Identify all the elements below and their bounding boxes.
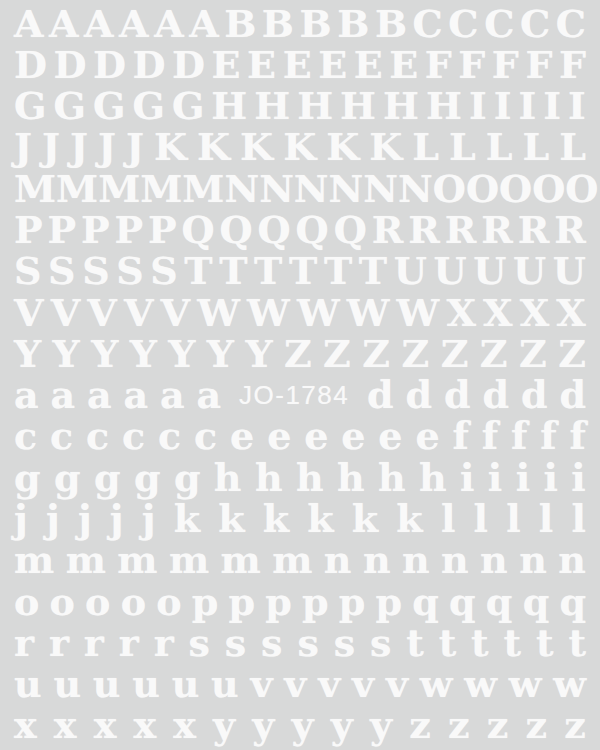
letter-sticker: G [132,87,164,125]
letter-sticker: V [87,294,116,332]
letter-sticker: N [363,170,398,208]
letter-sticker: E [212,46,241,84]
letter-sticker: J [70,128,88,166]
letter-sticker: f [569,417,585,455]
letter-sticker: d [482,376,509,414]
letter-sticker: h [337,459,365,497]
letter-row: SSSSSTTTTTTUUUUU [0,251,600,292]
letter-sticker: h [296,459,324,497]
letter-sticker: z [409,706,431,744]
letter-sticker: M [140,170,182,208]
letter-sticker: u [132,665,160,703]
letter-sticker: o [121,583,146,621]
letter-sticker: d [406,376,433,414]
letter-row: aaaaaaJO-1784dddddd [0,375,600,416]
letter-sticker: u [172,665,200,703]
letter-sticker: Q [182,211,215,249]
letter-sticker: k [174,500,200,538]
letter-sticker: z [526,706,548,744]
letter-sticker: G [53,87,85,125]
letter-sticker: U [473,252,506,290]
letter-sticker: V [51,294,80,332]
letter-sticker: F [425,46,452,84]
letter-sticker: Y [130,335,157,373]
letter-sticker: e [267,417,291,455]
letter-sticker: M [182,170,224,208]
letter-sticker: s [261,624,282,662]
letter-sticker: K [197,128,230,166]
letter-sticker: Z [284,335,312,373]
letter-sticker: T [219,252,247,290]
letter-sticker: F [525,46,552,84]
letter-sticker: o [14,583,39,621]
letter-sticker: W [197,294,240,332]
sticker-sheet: AAAAAABBBBBCCCCCDDDDDEEEEEEFFFFFGGGGGHHH… [0,0,600,750]
letter-sticker: S [150,252,177,290]
letter-sticker: w [553,665,586,703]
letter-sticker: T [324,252,352,290]
letter-sticker: Z [323,335,351,373]
letter-sticker: u [211,665,239,703]
letter-row: PPPPPQQQQQRRRRRR [0,209,600,250]
letter-sticker: y [331,706,353,744]
letter-sticker: h [419,459,447,497]
letter-sticker: v [250,665,272,703]
letter-row: YYYYYYYZZZZZZZZ [0,333,600,374]
letter-sticker: t [568,624,586,662]
letter-sticker: X [520,294,549,332]
letter-sticker: C [484,5,514,43]
letter-sticker: E [283,46,312,84]
letter-sticker: I [518,87,536,125]
letter-sticker: S [48,252,75,290]
letter-sticker: X [556,294,585,332]
letter-sticker: W [347,294,390,332]
letter-sticker: c [14,417,37,455]
letter-sticker: R [372,211,404,249]
letter-sticker: j [46,500,60,538]
letter-row: xxxxxyyyyyzzzzz [0,705,600,746]
letter-sticker: B [262,5,294,43]
letter-sticker: i [544,459,558,497]
letter-sticker: Q [334,211,367,249]
letter-sticker: q [449,583,476,621]
letter-row: JJJJJKKKKKKLLLLL [0,127,600,168]
letter-sticker: P [81,211,110,249]
letter-sticker: B [300,5,332,43]
letter-sticker: k [263,500,289,538]
letter-sticker: V [14,294,43,332]
letter-sticker: P [148,211,177,249]
letter-sticker: A [49,5,78,43]
letter-sticker: D [172,46,205,84]
letter-sticker: s [225,624,246,662]
letter-sticker: w [509,665,542,703]
letter-sticker: U [394,252,427,290]
letter-sticker: G [14,87,46,125]
letter-sticker: Q [220,211,253,249]
letter-sticker: B [224,5,256,43]
letter-sticker: f [482,417,498,455]
letter-sticker: k [396,500,422,538]
letter-sticker: W [247,294,290,332]
letter-sticker: A [84,5,113,43]
letter-sticker: O [565,170,598,208]
letter-sticker: m [117,541,157,579]
letter-sticker: Y [53,335,80,373]
letter-sticker: n [324,541,352,579]
letter-sticker: d [521,376,548,414]
letter-sticker: J [98,128,116,166]
letter-sticker: R [481,211,513,249]
letter-sticker: t [504,624,522,662]
letter-sticker: d [367,376,394,414]
letter-sticker: s [334,624,355,662]
letter-sticker: I [568,87,586,125]
letter-sticker: y [252,706,274,744]
letter-sticker: l [571,500,585,538]
letter-sticker: Y [245,335,272,373]
letter-sticker: T [359,252,387,290]
letter-sticker: m [66,541,106,579]
letter-sticker: j [142,500,156,538]
letter-row: GGGGGHHHHHHIIIII [0,86,600,127]
letter-sticker: O [532,170,565,208]
letter-sticker: H [297,87,333,125]
letter-sticker: z [487,706,509,744]
letter-sticker: Y [91,335,118,373]
letter-sticker: j [78,500,92,538]
letter-sticker: z [564,706,586,744]
letter-sticker: m [14,541,54,579]
letter-sticker: F [559,46,586,84]
letter-row: rrrrrsssssstttttt [0,622,600,663]
letter-sticker: T [289,252,317,290]
letter-sticker: H [211,87,247,125]
letter-sticker: L [522,128,549,166]
letter-sticker: l [539,500,553,538]
letter-row: jjjjjkkkkkklllll [0,498,600,539]
letter-sticker: R [408,211,440,249]
letter-sticker: n [519,541,547,579]
letter-row: VVVVVWWWWWXXXX [0,292,600,333]
letter-sticker: D [93,46,126,84]
letter-sticker: y [370,706,392,744]
letter-sticker: P [115,211,144,249]
letter-sticker: s [370,624,391,662]
letter-sticker: A [14,5,43,43]
letter-sticker: w [464,665,497,703]
letter-sticker: G [93,87,125,125]
letter-sticker: F [492,46,519,84]
letter-sticker: d [559,376,586,414]
letter-sticker: L [486,128,513,166]
letter-sticker: Z [441,335,469,373]
sheet-code-label: JO-1784 [233,382,355,408]
letter-sticker: D [133,46,166,84]
letter-sticker: p [229,583,256,621]
letter-sticker: u [93,665,121,703]
letter-sticker: T [184,252,212,290]
letter-sticker: n [480,541,508,579]
letter-sticker: u [14,665,42,703]
letter-sticker: g [134,459,161,497]
letter-sticker: W [397,294,440,332]
letter-sticker: k [218,500,244,538]
letter-sticker: s [297,624,318,662]
letter-sticker: o [50,583,75,621]
letter-sticker: e [415,417,439,455]
letter-sticker: m [221,541,261,579]
letter-sticker: t [471,624,489,662]
letter-sticker: N [224,170,259,208]
letter-sticker: a [124,376,149,414]
letter-sticker: h [255,459,283,497]
letter-sticker: V [161,294,190,332]
letter-sticker: J [42,128,60,166]
letter-sticker: p [376,583,403,621]
letter-sticker: B [337,5,369,43]
letter-sticker: M [56,170,98,208]
letter-sticker: t [536,624,554,662]
letter-sticker: a [160,376,185,414]
letter-sticker: r [49,624,69,662]
letter-sticker: a [51,376,76,414]
letter-sticker: N [259,170,294,208]
letter-sticker: P [48,211,77,249]
letter-sticker: r [84,624,104,662]
letter-sticker: e [304,417,328,455]
letter-sticker: y [292,706,314,744]
letter-sticker: Z [362,335,390,373]
letter-sticker: e [378,417,402,455]
letter-sticker: L [449,128,476,166]
letter-sticker: i [460,459,474,497]
letter-sticker: t [406,624,424,662]
letter-sticker: q [486,583,513,621]
letter-sticker: q [412,583,439,621]
letter-sticker: H [383,87,419,125]
letter-sticker: K [154,128,187,166]
letter-sticker: g [174,459,201,497]
letter-sticker: l [506,500,520,538]
letter-sticker: V [124,294,153,332]
letter-sticker: i [516,459,530,497]
letter-sticker: f [540,417,556,455]
letter-sticker: R [554,211,586,249]
letter-sticker: r [119,624,139,662]
letter-sticker: U [553,252,586,290]
letter-sticker: j [110,500,124,538]
letter-sticker: k [352,500,378,538]
letter-sticker: L [559,128,586,166]
letter-sticker: p [302,583,329,621]
letter-sticker: u [53,665,81,703]
letter-sticker: n [363,541,391,579]
letter-sticker: i [571,459,585,497]
letter-sticker: A [154,5,183,43]
letter-sticker: H [254,87,290,125]
letter-sticker: N [398,170,433,208]
letter-sticker: A [119,5,148,43]
letter-sticker: p [339,583,366,621]
letter-sticker: Z [401,335,429,373]
letter-sticker: e [341,417,365,455]
letter-sticker: x [54,706,77,744]
letter-sticker: f [452,417,468,455]
letter-sticker: c [86,417,109,455]
letter-sticker: S [82,252,109,290]
letter-sticker: Z [558,335,586,373]
letter-sticker: v [318,665,340,703]
letter-sticker: S [14,252,41,290]
letter-sticker: Y [14,335,41,373]
letter-sticker: o [85,583,110,621]
letter-sticker: v [284,665,306,703]
letter-sticker: N [294,170,329,208]
letter-sticker: R [445,211,477,249]
letter-row: oooooppppppqqqqq [0,581,600,622]
letter-sticker: O [499,170,532,208]
letter-sticker: Z [480,335,508,373]
letter-sticker: c [50,417,73,455]
letter-sticker: c [158,417,181,455]
letter-sticker: t [439,624,457,662]
letter-sticker: y [213,706,235,744]
letter-sticker: D [14,46,47,84]
letter-sticker: Y [168,335,195,373]
letter-sticker: C [413,5,443,43]
letter-sticker: J [126,128,144,166]
letter-sticker: H [340,87,376,125]
letter-sticker: s [189,624,210,662]
letter-sticker: H [426,87,462,125]
letter-sticker: K [240,128,273,166]
letter-sticker: O [433,170,466,208]
letter-sticker: c [194,417,217,455]
letter-row: AAAAAABBBBBCCCCC [0,3,600,44]
letter-sticker: v [352,665,374,703]
letter-sticker: Q [296,211,329,249]
letter-sticker: n [558,541,586,579]
letter-sticker: A [189,5,218,43]
letter-sticker: R [518,211,550,249]
letter-sticker: g [94,459,121,497]
letter-sticker: x [14,706,37,744]
letter-sticker: M [98,170,140,208]
letter-sticker: o [156,583,181,621]
letter-sticker: n [441,541,469,579]
letter-sticker: i [488,459,502,497]
letter-sticker: h [214,459,242,497]
letter-sticker: e [230,417,254,455]
letter-sticker: a [197,376,222,414]
letter-sticker: a [87,376,112,414]
letter-sticker: x [133,706,156,744]
letter-sticker: D [54,46,87,84]
letter-sticker: B [375,5,407,43]
letter-sticker: f [511,417,527,455]
letter-row: cccccceeeeeefffff [0,416,600,457]
letter-row: ggggghhhhhhiiiii [0,457,600,498]
letter-sticker: W [297,294,340,332]
letter-sticker: n [402,541,430,579]
letter-sticker: x [173,706,196,744]
letter-sticker: r [14,624,34,662]
letter-sticker: x [94,706,117,744]
letter-sticker: r [154,624,174,662]
letter-sticker: K [326,128,359,166]
letter-sticker: E [247,46,276,84]
letter-sticker: C [448,5,478,43]
letter-sticker: g [14,459,41,497]
letter-sticker: X [483,294,512,332]
letter-sticker: g [54,459,81,497]
letter-sticker: N [329,170,364,208]
letter-sticker: I [543,87,561,125]
letter-sticker: Y [207,335,234,373]
letter-sticker: p [192,583,219,621]
letter-sticker: p [265,583,292,621]
letter-sticker: v [386,665,408,703]
letter-sticker: I [469,87,487,125]
letter-sticker: G [172,87,204,125]
letter-sticker: c [122,417,145,455]
letter-sticker: E [354,46,383,84]
letter-sticker: I [494,87,512,125]
letter-sticker: d [444,376,471,414]
letter-sticker: Z [519,335,547,373]
letter-sticker: U [433,252,466,290]
letter-sticker: l [474,500,488,538]
letter-row: DDDDDEEEEEEFFFFF [0,44,600,85]
letter-sticker: M [14,170,56,208]
letter-row: MMMMMNNNNNNOOOOO [0,168,600,209]
letter-sticker: q [559,583,586,621]
letter-sticker: K [283,128,316,166]
letter-sticker: O [466,170,499,208]
letter-sticker: X [446,294,475,332]
letter-sticker: F [458,46,485,84]
letter-sticker: z [448,706,470,744]
letter-sticker: l [441,500,455,538]
letter-sticker: m [272,541,312,579]
letter-row: mmmmmmnnnnnnn [0,540,600,581]
letter-row: uuuuuuvvvvvwwww [0,664,600,705]
letter-sticker: Q [258,211,291,249]
letter-sticker: E [389,46,418,84]
letter-sticker: w [420,665,453,703]
letter-sticker: C [556,5,586,43]
letter-sticker: a [14,376,39,414]
letter-sticker: T [254,252,282,290]
letter-sticker: k [307,500,333,538]
letter-sticker: K [369,128,402,166]
letter-sticker: U [513,252,546,290]
letter-sticker: J [14,128,32,166]
letter-sticker: E [318,46,347,84]
letter-sticker: S [116,252,143,290]
letter-sticker: h [378,459,406,497]
letter-sticker: L [412,128,439,166]
letter-sticker: j [14,500,28,538]
letter-sticker: q [523,583,550,621]
letter-sticker: m [169,541,209,579]
letter-sticker: C [520,5,550,43]
letter-sticker: P [14,211,43,249]
